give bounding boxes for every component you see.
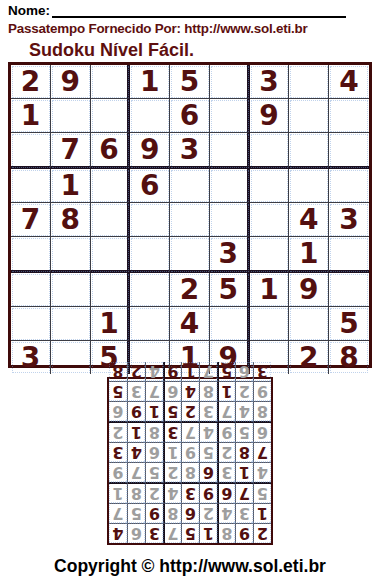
sudoku-cell: 2 [11,65,51,99]
sudoku-cell [329,237,369,273]
sudoku-grid: 2915341697693167843312519145351928 [8,62,372,368]
solution-cell: 6 [181,503,199,523]
sudoku-cell [170,203,210,237]
sudoku-cell [210,307,250,341]
solution-cell: 8 [163,503,181,523]
solution-cell: 5 [109,381,127,401]
sudoku-cell [289,307,329,341]
solution-cell: 2 [127,362,145,381]
copyright: Copyright © http://www.sol.eti.br [0,556,380,577]
solution-cell: 3 [163,421,181,442]
solution-cell: 8 [235,442,253,462]
solution-cell: 8 [253,401,271,421]
sudoku-cell: 7 [51,133,91,169]
sudoku-cell [51,99,91,133]
solution-cell: 5 [127,503,145,523]
sudoku-cell: 1 [289,237,329,273]
solution-cell: 1 [163,442,181,462]
solution-cell: 7 [127,462,145,482]
solution-cell: 8 [217,523,235,543]
solution-cell: 6 [253,421,271,442]
solution-cell: 8 [145,421,163,442]
sudoku-cell [130,203,170,237]
sudoku-cell: 5 [210,273,250,307]
sudoku-cell: 1 [250,273,290,307]
sudoku-cell: 6 [130,169,170,203]
name-label: Nome: [8,3,50,18]
sudoku-cell [250,307,290,341]
sudoku-cell [289,99,329,133]
solution-cell: 2 [217,442,235,462]
solution-cell: 4 [217,503,235,523]
solution-cell: 1 [181,362,199,381]
sudoku-cell [11,273,51,307]
solution-cell: 3 [109,442,127,462]
sudoku-page: Nome: Passatempo Fornecido Por: http://w… [0,0,380,585]
sudoku-cell: 3 [11,341,51,374]
solution-cell: 7 [163,523,181,543]
solution-cell: 4 [181,381,199,401]
sudoku-cell [91,65,131,99]
solution-cell: 4 [145,362,163,381]
sudoku-cell [250,237,290,273]
solution-cell: 6 [199,462,217,482]
sudoku-cell: 3 [170,133,210,169]
sudoku-cell [250,169,290,203]
solution-cell: 8 [181,462,199,482]
solution-cell: 3 [127,381,145,401]
solution-cell: 5 [199,442,217,462]
solution-cell: 5 [235,421,253,442]
solution-cell: 6 [163,381,181,401]
sudoku-cell [210,169,250,203]
solution-cell: 2 [163,462,181,482]
solution-cell: 1 [109,482,127,503]
sudoku-cell [289,133,329,169]
sudoku-cell: 4 [289,203,329,237]
sudoku-cell: 9 [51,65,91,99]
solution-cell: 2 [145,482,163,503]
solution-cell: 9 [145,503,163,523]
sudoku-cell [51,341,91,374]
sudoku-cell: 8 [51,203,91,237]
solution-grid: 2981573641342689575769342814136825797825… [107,377,273,545]
solution-cell: 3 [253,362,271,381]
sudoku-cell [11,133,51,169]
solution-cell: 4 [235,401,253,421]
solution-cell: 4 [163,482,181,503]
sudoku-cell [130,307,170,341]
sudoku-cell [250,203,290,237]
sudoku-cell: 5 [329,307,369,341]
solution-cell: 5 [217,362,235,381]
sudoku-cell [91,237,131,273]
solution-cell: 1 [217,381,235,401]
sudoku-cell [170,237,210,273]
solution-cell: 6 [217,482,235,503]
sudoku-cell: 4 [170,307,210,341]
solution-cell: 4 [109,523,127,543]
solution-cell: 7 [253,442,271,462]
sudoku-cell [11,237,51,273]
sudoku-cell: 5 [170,65,210,99]
solution-cell: 2 [181,401,199,421]
solution-cell: 9 [109,462,127,482]
solution-cell: 3 [217,462,235,482]
sudoku-cell: 2 [289,341,329,374]
solution-cell: 3 [145,523,163,543]
solution-cell: 5 [181,523,199,543]
sudoku-cell: 8 [329,341,369,374]
sudoku-cell [91,203,131,237]
solution-cell: 6 [235,362,253,381]
sudoku-cell: 3 [210,237,250,273]
solution-cell: 7 [235,482,253,503]
solution-cell: 9 [235,523,253,543]
name-row: Nome: [8,3,346,18]
sudoku-cell [210,133,250,169]
solution-cell: 5 [163,401,181,421]
solution-cell: 1 [253,503,271,523]
solution-cell: 1 [235,462,253,482]
solution-cell: 9 [163,362,181,381]
solution-cell: 1 [199,523,217,543]
sudoku-cell [329,273,369,307]
sudoku-cell [329,133,369,169]
solution-cell: 7 [145,381,163,401]
solution-cell: 7 [199,362,217,381]
solution-cell: 2 [109,421,127,442]
provider-line: Passatempo Fornecido Por: http://www.sol… [8,21,308,36]
sudoku-cell [210,203,250,237]
solution-cell: 7 [217,401,235,421]
sudoku-cell [250,133,290,169]
sudoku-cell: 3 [250,65,290,99]
sudoku-cell: 9 [289,273,329,307]
sudoku-cell [289,65,329,99]
solution-cell: 9 [217,421,235,442]
sudoku-cell [329,169,369,203]
solution-cell: 3 [235,503,253,523]
sudoku-cell [91,99,131,133]
sudoku-cell [170,169,210,203]
sudoku-cell [11,169,51,203]
solution-cell: 5 [145,462,163,482]
solution-cell: 7 [181,421,199,442]
sudoku-cell: 2 [170,273,210,307]
sudoku-cell: 6 [91,133,131,169]
solution-cell: 3 [199,401,217,421]
solution-cell: 4 [127,442,145,462]
sudoku-cell: 9 [130,133,170,169]
sudoku-cell [210,99,250,133]
solution-cell: 8 [199,381,217,401]
solution-cell: 5 [253,482,271,503]
solution-cell: 9 [127,401,145,421]
solution-cell: 2 [235,381,253,401]
sudoku-cell: 1 [130,65,170,99]
solution-cell: 8 [127,482,145,503]
solution-cell: 6 [145,442,163,462]
solution-cell: 9 [181,442,199,462]
sudoku-cell: 7 [11,203,51,237]
sudoku-cell: 1 [51,169,91,203]
sudoku-cell: 4 [329,65,369,99]
sudoku-cell: 3 [329,203,369,237]
solution-cell: 9 [253,381,271,401]
sudoku-cell: 6 [170,99,210,133]
sudoku-cell [130,273,170,307]
sudoku-cell [51,273,91,307]
sudoku-cell [289,169,329,203]
solution-cell: 7 [109,503,127,523]
solution-cell: 4 [253,462,271,482]
solution-cell: 3 [181,482,199,503]
solution-cell: 4 [199,421,217,442]
sudoku-cell [51,237,91,273]
solution-cell: 6 [109,401,127,421]
solution-cell: 2 [199,503,217,523]
solution-cell: 1 [127,421,145,442]
solution-cell: 1 [145,401,163,421]
solution-cell: 6 [127,523,145,543]
solution-cell: 2 [253,523,271,543]
sudoku-cell [210,65,250,99]
solution-cell: 9 [199,482,217,503]
sudoku-cell [11,307,51,341]
sudoku-cell [91,273,131,307]
page-title: Sudoku Nível Fácil. [29,40,194,61]
sudoku-cell: 1 [91,307,131,341]
sudoku-cell [130,99,170,133]
solution-cell: 8 [109,362,127,381]
sudoku-cell [51,307,91,341]
sudoku-cell [130,237,170,273]
sudoku-cell: 9 [250,99,290,133]
sudoku-cell: 1 [11,99,51,133]
sudoku-cell [329,99,369,133]
sudoku-cell [91,169,131,203]
name-underline [52,3,346,18]
